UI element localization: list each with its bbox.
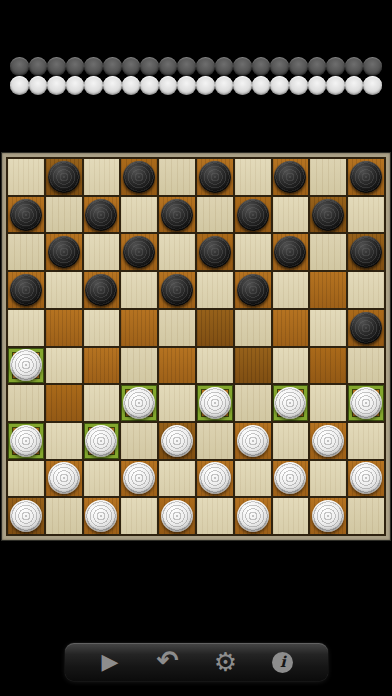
black-man[interactable] <box>123 161 155 193</box>
white-tray-piece <box>196 76 215 95</box>
light-square <box>84 385 120 421</box>
black-man[interactable] <box>10 274 42 306</box>
white-tray-piece <box>103 76 122 95</box>
square-7[interactable] <box>84 197 120 233</box>
square-25[interactable] <box>348 310 384 346</box>
black-man[interactable] <box>161 274 193 306</box>
white-man[interactable] <box>48 462 80 494</box>
light-square <box>235 234 271 270</box>
square-41[interactable] <box>46 461 82 497</box>
info-button[interactable]: i <box>262 643 304 681</box>
light-square <box>159 234 195 270</box>
square-3[interactable] <box>197 159 233 195</box>
square-43[interactable] <box>197 461 233 497</box>
light-square <box>121 197 157 233</box>
square-31[interactable] <box>46 385 82 421</box>
square-18[interactable] <box>159 272 195 308</box>
square-36[interactable] <box>8 423 44 459</box>
light-square <box>84 310 120 346</box>
black-tray-piece <box>122 57 141 76</box>
white-man[interactable] <box>312 425 344 457</box>
black-man[interactable] <box>161 199 193 231</box>
black-tray-piece <box>140 57 159 76</box>
white-man[interactable] <box>350 387 382 419</box>
light-square <box>159 159 195 195</box>
square-35[interactable] <box>348 385 384 421</box>
light-square <box>310 310 346 346</box>
square-11[interactable] <box>46 234 82 270</box>
light-square <box>348 498 384 534</box>
square-45[interactable] <box>348 461 384 497</box>
checkers-board <box>6 157 386 536</box>
light-square <box>46 498 82 534</box>
square-44[interactable] <box>273 461 309 497</box>
white-man[interactable] <box>274 462 306 494</box>
white-pieces-tray <box>10 76 382 95</box>
light-square <box>310 159 346 195</box>
white-tray-piece <box>159 76 178 95</box>
square-17[interactable] <box>84 272 120 308</box>
light-square <box>46 423 82 459</box>
black-tray-piece <box>308 57 327 76</box>
square-34[interactable] <box>273 385 309 421</box>
white-man[interactable] <box>161 425 193 457</box>
black-tray-piece <box>47 57 66 76</box>
light-square <box>273 423 309 459</box>
square-37[interactable] <box>84 423 120 459</box>
white-man[interactable] <box>10 500 42 532</box>
white-tray-piece <box>215 76 234 95</box>
square-12[interactable] <box>121 234 157 270</box>
square-42[interactable] <box>121 461 157 497</box>
black-tray-piece <box>215 57 234 76</box>
light-square <box>84 159 120 195</box>
black-man[interactable] <box>85 199 117 231</box>
square-23[interactable] <box>197 310 233 346</box>
light-square <box>46 197 82 233</box>
light-square <box>46 272 82 308</box>
settings-button[interactable]: ⚙ <box>204 643 246 681</box>
white-tray-piece <box>252 76 271 95</box>
light-square <box>273 272 309 308</box>
light-square <box>235 461 271 497</box>
square-39[interactable] <box>235 423 271 459</box>
bottom-toolbar: ▶↶⚙i <box>65 643 328 681</box>
black-man[interactable] <box>199 236 231 268</box>
black-tray-piece <box>289 57 308 76</box>
light-square <box>348 272 384 308</box>
light-square <box>197 272 233 308</box>
black-tray-piece <box>10 57 29 76</box>
black-tray-piece <box>363 57 382 76</box>
black-tray-piece <box>233 57 252 76</box>
white-tray-piece <box>289 76 308 95</box>
light-square <box>8 461 44 497</box>
black-tray-piece <box>66 57 85 76</box>
black-man[interactable] <box>312 199 344 231</box>
light-square <box>310 461 346 497</box>
square-21[interactable] <box>46 310 82 346</box>
white-tray-piece <box>29 76 48 95</box>
white-tray-piece <box>233 76 252 95</box>
black-man[interactable] <box>85 274 117 306</box>
square-14[interactable] <box>273 234 309 270</box>
black-man[interactable] <box>350 312 382 344</box>
black-tray-piece <box>177 57 196 76</box>
black-man[interactable] <box>199 161 231 193</box>
black-tray-piece <box>84 57 103 76</box>
black-tray-piece <box>103 57 122 76</box>
light-square <box>197 498 233 534</box>
white-tray-piece <box>66 76 85 95</box>
black-tray-piece <box>29 57 48 76</box>
square-1[interactable] <box>46 159 82 195</box>
square-9[interactable] <box>235 197 271 233</box>
light-square <box>121 423 157 459</box>
white-man[interactable] <box>85 500 117 532</box>
square-6[interactable] <box>8 197 44 233</box>
light-square <box>273 498 309 534</box>
light-square <box>348 348 384 384</box>
white-tray-piece <box>140 76 159 95</box>
square-47[interactable] <box>84 498 120 534</box>
black-man[interactable] <box>10 199 42 231</box>
white-tray-piece <box>270 76 289 95</box>
white-man[interactable] <box>350 462 382 494</box>
black-man[interactable] <box>350 161 382 193</box>
black-tray-piece <box>252 57 271 76</box>
light-square <box>121 498 157 534</box>
square-29[interactable] <box>235 348 271 384</box>
white-man[interactable] <box>161 500 193 532</box>
white-man[interactable] <box>237 425 269 457</box>
light-square <box>310 385 346 421</box>
white-man[interactable] <box>312 500 344 532</box>
white-man[interactable] <box>10 349 42 381</box>
black-man[interactable] <box>48 236 80 268</box>
square-4[interactable] <box>273 159 309 195</box>
square-2[interactable] <box>121 159 157 195</box>
light-square <box>235 385 271 421</box>
black-tray-piece <box>196 57 215 76</box>
square-30[interactable] <box>310 348 346 384</box>
square-24[interactable] <box>273 310 309 346</box>
square-16[interactable] <box>8 272 44 308</box>
light-square <box>121 348 157 384</box>
light-square <box>121 272 157 308</box>
light-square <box>8 310 44 346</box>
square-33[interactable] <box>197 385 233 421</box>
square-48[interactable] <box>159 498 195 534</box>
light-square <box>273 348 309 384</box>
light-square <box>197 348 233 384</box>
light-square <box>8 159 44 195</box>
light-square <box>273 197 309 233</box>
light-square <box>46 348 82 384</box>
white-tray-piece <box>122 76 141 95</box>
white-man[interactable] <box>85 425 117 457</box>
black-man[interactable] <box>48 161 80 193</box>
light-square <box>84 234 120 270</box>
black-tray-piece <box>345 57 364 76</box>
black-pieces-tray <box>10 57 382 76</box>
undo-icon: ↶ <box>157 647 179 673</box>
light-square <box>235 159 271 195</box>
black-tray-piece <box>270 57 289 76</box>
undo-button[interactable]: ↶ <box>147 643 189 681</box>
square-38[interactable] <box>159 423 195 459</box>
white-man[interactable] <box>274 387 306 419</box>
square-15[interactable] <box>348 234 384 270</box>
light-square <box>159 385 195 421</box>
white-tray-piece <box>84 76 103 95</box>
white-man[interactable] <box>123 387 155 419</box>
light-square <box>197 423 233 459</box>
black-man[interactable] <box>237 199 269 231</box>
light-square <box>235 310 271 346</box>
square-10[interactable] <box>310 197 346 233</box>
light-square <box>197 197 233 233</box>
light-square <box>159 310 195 346</box>
black-man[interactable] <box>350 236 382 268</box>
light-square <box>8 385 44 421</box>
square-19[interactable] <box>235 272 271 308</box>
black-tray-piece <box>159 57 178 76</box>
light-square <box>310 234 346 270</box>
white-tray-piece <box>326 76 345 95</box>
black-man[interactable] <box>274 236 306 268</box>
square-49[interactable] <box>235 498 271 534</box>
info-icon: i <box>272 652 293 673</box>
black-man[interactable] <box>123 236 155 268</box>
white-man[interactable] <box>199 387 231 419</box>
play-icon: ▶ <box>102 651 119 673</box>
square-5[interactable] <box>348 159 384 195</box>
square-27[interactable] <box>84 348 120 384</box>
play-button[interactable]: ▶ <box>89 643 131 681</box>
black-man[interactable] <box>237 274 269 306</box>
light-square <box>348 197 384 233</box>
square-26[interactable] <box>8 348 44 384</box>
white-man[interactable] <box>237 500 269 532</box>
board-frame <box>1 152 391 541</box>
square-28[interactable] <box>159 348 195 384</box>
white-man[interactable] <box>199 462 231 494</box>
square-40[interactable] <box>310 423 346 459</box>
light-square <box>348 423 384 459</box>
white-man[interactable] <box>123 462 155 494</box>
light-square <box>84 461 120 497</box>
black-man[interactable] <box>274 161 306 193</box>
square-32[interactable] <box>121 385 157 421</box>
white-tray-piece <box>363 76 382 95</box>
white-tray-piece <box>177 76 196 95</box>
white-tray-piece <box>10 76 29 95</box>
square-20[interactable] <box>310 272 346 308</box>
square-46[interactable] <box>8 498 44 534</box>
square-22[interactable] <box>121 310 157 346</box>
black-tray-piece <box>326 57 345 76</box>
light-square <box>8 234 44 270</box>
white-tray-piece <box>47 76 66 95</box>
white-tray-piece <box>308 76 327 95</box>
white-man[interactable] <box>10 425 42 457</box>
square-13[interactable] <box>197 234 233 270</box>
checkers-app-screen: ▶↶⚙i <box>0 0 392 696</box>
piece-tray <box>10 57 382 95</box>
square-8[interactable] <box>159 197 195 233</box>
square-50[interactable] <box>310 498 346 534</box>
gear-icon: ⚙ <box>214 649 237 675</box>
light-square <box>159 461 195 497</box>
white-tray-piece <box>345 76 364 95</box>
